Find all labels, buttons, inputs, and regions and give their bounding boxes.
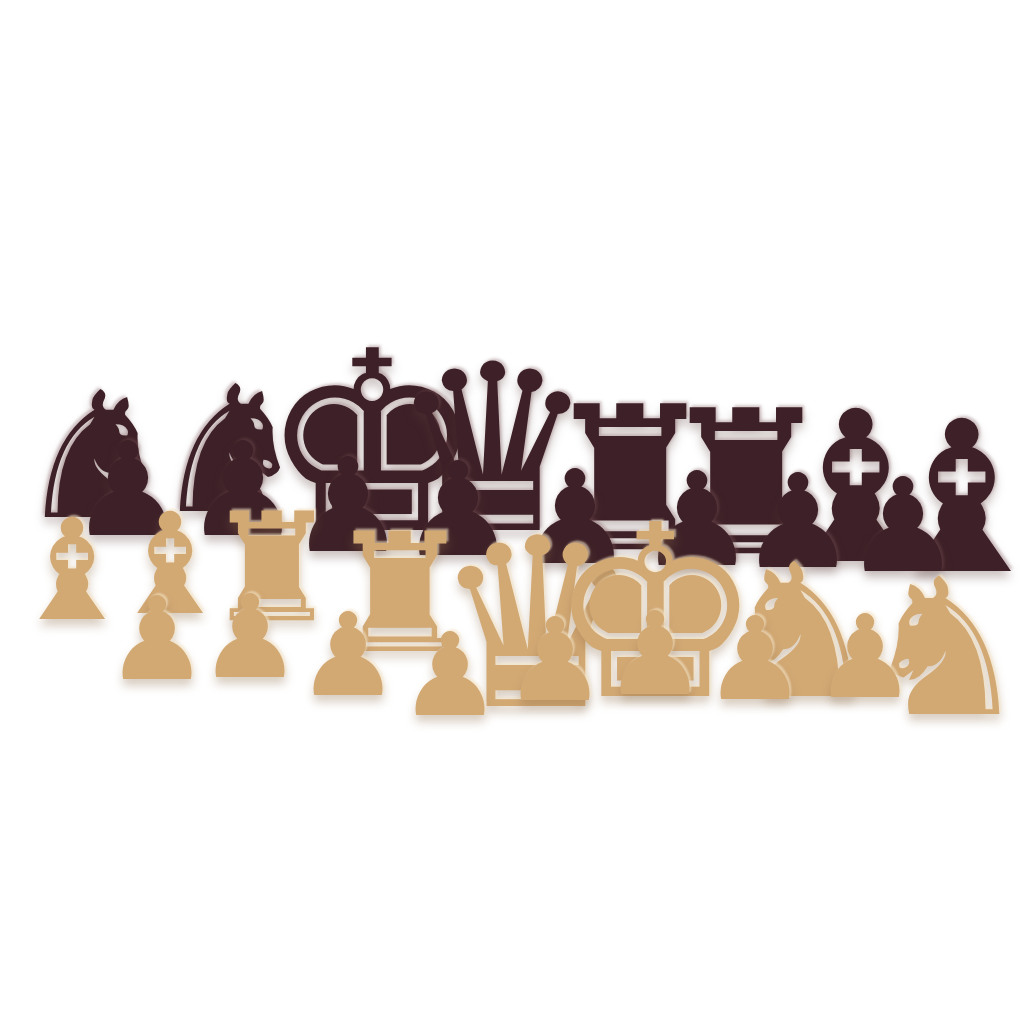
light-pawn: ♟ bbox=[603, 597, 706, 712]
light-pawn: ♟ bbox=[503, 603, 606, 718]
pieces-layer: ♞♞♚♛♜♜♝♝♟♟♟♟♟♟♟♟♝♝♜♜♛♚♞♞♟♟♟♟♟♟♟♟ bbox=[0, 0, 1024, 1024]
light-pawn: ♟ bbox=[813, 600, 916, 715]
light-pawn: ♟ bbox=[198, 580, 301, 695]
light-pawn: ♟ bbox=[703, 602, 806, 717]
light-pawn: ♟ bbox=[105, 582, 208, 697]
light-pawn: ♟ bbox=[296, 598, 399, 713]
chess-set-photo: ♞♞♚♛♜♜♝♝♟♟♟♟♟♟♟♟♝♝♜♜♛♚♞♞♟♟♟♟♟♟♟♟ bbox=[0, 0, 1024, 1024]
light-pawn: ♟ bbox=[398, 618, 501, 733]
